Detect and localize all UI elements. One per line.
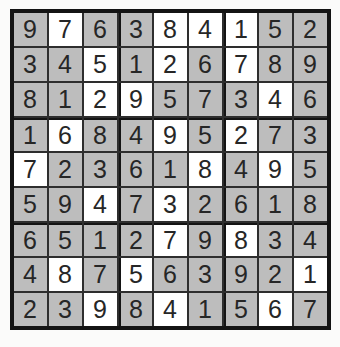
sudoku-cell[interactable]: 1 [84, 223, 117, 256]
sudoku-cell[interactable]: 8 [294, 188, 327, 221]
sudoku-cell[interactable]: 2 [259, 258, 292, 291]
sudoku-cell[interactable]: 4 [189, 13, 222, 46]
sudoku-cell[interactable]: 6 [49, 118, 82, 151]
sudoku-cell[interactable]: 7 [189, 83, 222, 116]
sudoku-cell[interactable]: 3 [259, 223, 292, 256]
sudoku-cell[interactable]: 7 [84, 258, 117, 291]
sudoku-cell[interactable]: 7 [224, 48, 257, 81]
sudoku-cell[interactable]: 2 [49, 153, 82, 186]
sudoku-cell[interactable]: 6 [224, 188, 257, 221]
sudoku-cell[interactable]: 9 [14, 13, 47, 46]
sudoku-cell[interactable]: 9 [224, 258, 257, 291]
sudoku-cell[interactable]: 5 [189, 118, 222, 151]
sudoku-cell[interactable]: 9 [294, 48, 327, 81]
sudoku-cell[interactable]: 1 [294, 258, 327, 291]
sudoku-cell[interactable]: 3 [14, 48, 47, 81]
sudoku-cell[interactable]: 1 [119, 48, 152, 81]
sudoku-cell[interactable]: 5 [119, 258, 152, 291]
sudoku-cell[interactable]: 1 [14, 118, 47, 151]
sudoku-cell[interactable]: 1 [259, 188, 292, 221]
sudoku-cell[interactable]: 1 [224, 13, 257, 46]
sudoku-cell[interactable]: 4 [49, 48, 82, 81]
sudoku-cell[interactable]: 8 [154, 13, 187, 46]
sudoku-cell[interactable]: 3 [224, 83, 257, 116]
sudoku-cell[interactable]: 4 [224, 153, 257, 186]
sudoku-cell[interactable]: 8 [49, 258, 82, 291]
sudoku-cell[interactable]: 3 [154, 188, 187, 221]
sudoku-cell[interactable]: 7 [14, 153, 47, 186]
sudoku-cell[interactable]: 7 [119, 188, 152, 221]
sudoku-cell[interactable]: 3 [49, 293, 82, 326]
sudoku-cell[interactable]: 3 [84, 153, 117, 186]
sudoku-cell[interactable]: 1 [154, 153, 187, 186]
sudoku-cell[interactable]: 4 [294, 223, 327, 256]
sudoku-cell[interactable]: 3 [294, 118, 327, 151]
sudoku-cell[interactable]: 6 [189, 48, 222, 81]
sudoku-cell[interactable]: 5 [154, 83, 187, 116]
sudoku-cell[interactable]: 2 [84, 83, 117, 116]
sudoku-cell[interactable]: 9 [49, 188, 82, 221]
sudoku-cell[interactable]: 2 [14, 293, 47, 326]
sudoku-cell[interactable]: 5 [14, 188, 47, 221]
sudoku-cell[interactable]: 6 [154, 258, 187, 291]
sudoku-cell[interactable]: 4 [14, 258, 47, 291]
sudoku-cell[interactable]: 2 [224, 118, 257, 151]
sudoku-cell[interactable]: 2 [294, 13, 327, 46]
sudoku-cell[interactable]: 7 [294, 293, 327, 326]
sudoku-cell[interactable]: 8 [224, 223, 257, 256]
sudoku-cell[interactable]: 7 [49, 13, 82, 46]
sudoku-cell[interactable]: 9 [189, 223, 222, 256]
sudoku-cell[interactable]: 4 [119, 118, 152, 151]
sudoku-cell[interactable]: 8 [119, 293, 152, 326]
sudoku-cell[interactable]: 2 [154, 48, 187, 81]
sudoku-cell[interactable]: 6 [119, 153, 152, 186]
sudoku-cell[interactable]: 2 [189, 188, 222, 221]
sudoku-cell[interactable]: 5 [224, 293, 257, 326]
sudoku-board: 9763841523451267898129573461684952737236… [10, 9, 331, 330]
sudoku-cell[interactable]: 1 [49, 83, 82, 116]
sudoku-cell[interactable]: 4 [84, 188, 117, 221]
sudoku-cell[interactable]: 6 [14, 223, 47, 256]
sudoku-cell[interactable]: 1 [189, 293, 222, 326]
sudoku-cell[interactable]: 6 [259, 293, 292, 326]
page: 9763841523451267898129573461684952737236… [0, 0, 340, 347]
sudoku-cell[interactable]: 5 [49, 223, 82, 256]
sudoku-cell[interactable]: 6 [84, 13, 117, 46]
sudoku-cell[interactable]: 3 [189, 258, 222, 291]
sudoku-cell[interactable]: 4 [154, 293, 187, 326]
sudoku-cell[interactable]: 9 [259, 153, 292, 186]
sudoku-cell[interactable]: 8 [14, 83, 47, 116]
sudoku-cell[interactable]: 9 [84, 293, 117, 326]
sudoku-cell[interactable]: 5 [84, 48, 117, 81]
sudoku-cell[interactable]: 7 [154, 223, 187, 256]
sudoku-cell[interactable]: 3 [119, 13, 152, 46]
sudoku-cell[interactable]: 4 [259, 83, 292, 116]
sudoku-cell[interactable]: 7 [259, 118, 292, 151]
sudoku-cell[interactable]: 5 [294, 153, 327, 186]
sudoku-cell[interactable]: 8 [259, 48, 292, 81]
sudoku-cell[interactable]: 9 [154, 118, 187, 151]
sudoku-cell[interactable]: 8 [189, 153, 222, 186]
sudoku-cell[interactable]: 8 [84, 118, 117, 151]
sudoku-cell[interactable]: 9 [119, 83, 152, 116]
sudoku-cell[interactable]: 5 [259, 13, 292, 46]
sudoku-cell[interactable]: 2 [119, 223, 152, 256]
sudoku-cell[interactable]: 6 [294, 83, 327, 116]
